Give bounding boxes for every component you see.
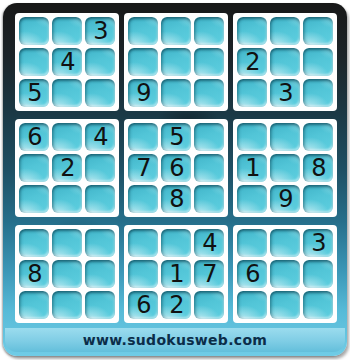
- cell-r3c8[interactable]: 3: [270, 79, 300, 107]
- cell-r5c5[interactable]: 6: [161, 154, 191, 182]
- cell-r9c5[interactable]: 2: [161, 291, 191, 319]
- cell-r4c2[interactable]: [52, 123, 82, 151]
- cell-value: 2: [169, 291, 184, 319]
- cell-r9c1[interactable]: [19, 291, 49, 319]
- cell-value: 4: [202, 229, 217, 257]
- box-2-2: 5768: [124, 119, 228, 217]
- cell-value: 2: [60, 154, 75, 182]
- cell-r1c3[interactable]: 3: [85, 17, 115, 45]
- cell-r6c3[interactable]: [85, 185, 115, 213]
- cell-r2c6[interactable]: [194, 48, 224, 76]
- cell-r8c2[interactable]: [52, 260, 82, 288]
- cell-value: 9: [136, 79, 151, 107]
- cell-r4c7[interactable]: [237, 123, 267, 151]
- cell-r1c6[interactable]: [194, 17, 224, 45]
- cell-r1c4[interactable]: [128, 17, 158, 45]
- cell-r7c6[interactable]: 4: [194, 229, 224, 257]
- cell-value: 1: [169, 260, 184, 288]
- cell-value: 2: [245, 48, 260, 76]
- cell-r6c8[interactable]: 9: [270, 185, 300, 213]
- cell-value: 8: [27, 260, 42, 288]
- cell-value: 9: [278, 185, 293, 213]
- cell-r5c9[interactable]: 8: [303, 154, 333, 182]
- cell-r4c4[interactable]: [128, 123, 158, 151]
- cell-r8c4[interactable]: [128, 260, 158, 288]
- sudoku-widget: 345923642576818984176236 www.sudokusweb.…: [0, 0, 350, 360]
- cell-r6c9[interactable]: [303, 185, 333, 213]
- cell-value: 8: [169, 185, 184, 213]
- cell-r4c6[interactable]: [194, 123, 224, 151]
- cell-r4c5[interactable]: 5: [161, 123, 191, 151]
- cell-r7c4[interactable]: [128, 229, 158, 257]
- cell-value: 4: [93, 123, 108, 151]
- cell-r2c1[interactable]: [19, 48, 49, 76]
- box-2-3: 189: [233, 119, 337, 217]
- cell-r9c3[interactable]: [85, 291, 115, 319]
- box-1-3: 23: [233, 13, 337, 111]
- box-3-1: 8: [15, 225, 119, 323]
- cell-value: 3: [311, 229, 326, 257]
- cell-r7c2[interactable]: [52, 229, 82, 257]
- cell-r9c2[interactable]: [52, 291, 82, 319]
- cell-r9c6[interactable]: [194, 291, 224, 319]
- cell-r7c7[interactable]: [237, 229, 267, 257]
- cell-r6c4[interactable]: [128, 185, 158, 213]
- cell-r8c9[interactable]: [303, 260, 333, 288]
- cell-r9c4[interactable]: 6: [128, 291, 158, 319]
- cell-r6c5[interactable]: 8: [161, 185, 191, 213]
- cell-value: 1: [245, 154, 260, 182]
- box-1-1: 345: [15, 13, 119, 111]
- cell-r3c3[interactable]: [85, 79, 115, 107]
- sudoku-board: 345923642576818984176236: [15, 13, 337, 323]
- box-2-1: 642: [15, 119, 119, 217]
- cell-r7c1[interactable]: [19, 229, 49, 257]
- cell-r5c8[interactable]: [270, 154, 300, 182]
- cell-r1c1[interactable]: [19, 17, 49, 45]
- cell-r9c7[interactable]: [237, 291, 267, 319]
- cell-value: 6: [136, 291, 151, 319]
- cell-value: 6: [27, 123, 42, 151]
- cell-r4c3[interactable]: 4: [85, 123, 115, 151]
- cell-r8c7[interactable]: 6: [237, 260, 267, 288]
- cell-r2c4[interactable]: [128, 48, 158, 76]
- cell-r2c3[interactable]: [85, 48, 115, 76]
- cell-r6c7[interactable]: [237, 185, 267, 213]
- cell-value: 6: [169, 154, 184, 182]
- cell-r2c9[interactable]: [303, 48, 333, 76]
- site-url[interactable]: www.sudokusweb.com: [83, 332, 267, 348]
- cell-r8c8[interactable]: [270, 260, 300, 288]
- cell-r4c8[interactable]: [270, 123, 300, 151]
- cell-r5c7[interactable]: 1: [237, 154, 267, 182]
- cell-value: 7: [202, 260, 217, 288]
- cell-r1c9[interactable]: [303, 17, 333, 45]
- cell-r2c2[interactable]: 4: [52, 48, 82, 76]
- cell-r2c5[interactable]: [161, 48, 191, 76]
- cell-r3c7[interactable]: [237, 79, 267, 107]
- cell-value: 5: [27, 79, 42, 107]
- cell-r9c9[interactable]: [303, 291, 333, 319]
- cell-r3c5[interactable]: [161, 79, 191, 107]
- cell-r5c4[interactable]: 7: [128, 154, 158, 182]
- board-frame: 345923642576818984176236 www.sudokusweb.…: [3, 3, 347, 356]
- cell-r3c6[interactable]: [194, 79, 224, 107]
- cell-r3c2[interactable]: [52, 79, 82, 107]
- cell-r7c9[interactable]: 3: [303, 229, 333, 257]
- cell-r4c9[interactable]: [303, 123, 333, 151]
- cell-r6c1[interactable]: [19, 185, 49, 213]
- cell-r5c3[interactable]: [85, 154, 115, 182]
- cell-r6c2[interactable]: [52, 185, 82, 213]
- cell-r1c8[interactable]: [270, 17, 300, 45]
- cell-r4c1[interactable]: 6: [19, 123, 49, 151]
- cell-r3c9[interactable]: [303, 79, 333, 107]
- cell-value: 8: [311, 154, 326, 182]
- cell-value: 5: [169, 123, 184, 151]
- cell-value: 6: [245, 260, 260, 288]
- cell-r8c6[interactable]: 7: [194, 260, 224, 288]
- cell-r3c4[interactable]: 9: [128, 79, 158, 107]
- cell-r3c1[interactable]: 5: [19, 79, 49, 107]
- cell-r2c7[interactable]: 2: [237, 48, 267, 76]
- cell-value: 3: [278, 79, 293, 107]
- cell-value: 7: [136, 154, 151, 182]
- footer-bar: www.sudokusweb.com: [5, 328, 345, 352]
- cell-r6c6[interactable]: [194, 185, 224, 213]
- cell-r7c5[interactable]: [161, 229, 191, 257]
- cell-r5c2[interactable]: 2: [52, 154, 82, 182]
- cell-r1c7[interactable]: [237, 17, 267, 45]
- cell-r8c3[interactable]: [85, 260, 115, 288]
- cell-value: 3: [93, 17, 108, 45]
- cell-r5c1[interactable]: [19, 154, 49, 182]
- cell-r1c5[interactable]: [161, 17, 191, 45]
- cell-r2c8[interactable]: [270, 48, 300, 76]
- cell-r7c3[interactable]: [85, 229, 115, 257]
- cell-r9c8[interactable]: [270, 291, 300, 319]
- box-3-2: 41762: [124, 225, 228, 323]
- cell-r7c8[interactable]: [270, 229, 300, 257]
- cell-r5c6[interactable]: [194, 154, 224, 182]
- box-1-2: 9: [124, 13, 228, 111]
- box-3-3: 36: [233, 225, 337, 323]
- cell-value: 4: [60, 48, 75, 76]
- cell-r1c2[interactable]: [52, 17, 82, 45]
- cell-r8c1[interactable]: 8: [19, 260, 49, 288]
- cell-r8c5[interactable]: 1: [161, 260, 191, 288]
